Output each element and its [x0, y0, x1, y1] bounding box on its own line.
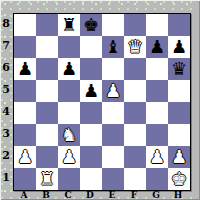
black-pawn-piece: ♟ [61, 58, 77, 80]
black-pawn-piece: ♟ [17, 58, 33, 80]
square-h3[interactable] [168, 124, 190, 146]
square-g5[interactable] [146, 80, 168, 102]
file-label-b: B [35, 190, 57, 200]
square-a7[interactable] [14, 36, 36, 58]
square-e8[interactable] [102, 14, 124, 36]
square-f5[interactable] [124, 80, 146, 102]
file-label-a: A [13, 190, 35, 200]
chess-board: ♜♚♝♛♟♟♟♟♛♟♟♞♟♟♟♟♜♚ [13, 13, 191, 191]
square-e3[interactable] [102, 124, 124, 146]
square-h2[interactable]: ♟ [168, 146, 190, 168]
square-e6[interactable] [102, 58, 124, 80]
square-a6[interactable]: ♟ [14, 58, 36, 80]
square-b1[interactable]: ♜ [36, 168, 58, 190]
square-f2[interactable] [124, 146, 146, 168]
square-e1[interactable] [102, 168, 124, 190]
square-a2[interactable]: ♟ [14, 146, 36, 168]
square-f7[interactable]: ♛ [124, 36, 146, 58]
rank-label-2: 2 [0, 145, 12, 167]
white-pawn-piece: ♟ [171, 146, 187, 168]
square-a5[interactable] [14, 80, 36, 102]
rank-label-3: 3 [0, 123, 12, 145]
square-a4[interactable] [14, 102, 36, 124]
square-b3[interactable] [36, 124, 58, 146]
square-e2[interactable] [102, 146, 124, 168]
square-b4[interactable] [36, 102, 58, 124]
white-knight-piece: ♞ [61, 124, 77, 146]
black-king-piece: ♚ [83, 14, 99, 36]
black-pawn-piece: ♟ [149, 36, 165, 58]
square-a3[interactable] [14, 124, 36, 146]
file-label-g: G [145, 190, 167, 200]
square-h6[interactable]: ♛ [168, 58, 190, 80]
square-d4[interactable] [80, 102, 102, 124]
rank-label-8: 8 [0, 13, 12, 35]
square-g8[interactable] [146, 14, 168, 36]
square-h1[interactable]: ♚ [168, 168, 190, 190]
square-b8[interactable] [36, 14, 58, 36]
square-g4[interactable] [146, 102, 168, 124]
square-e7[interactable]: ♝ [102, 36, 124, 58]
white-king-piece: ♚ [171, 168, 187, 190]
white-pawn-piece: ♟ [61, 146, 77, 168]
square-f8[interactable] [124, 14, 146, 36]
square-d6[interactable] [80, 58, 102, 80]
square-h8[interactable] [168, 14, 190, 36]
square-a8[interactable] [14, 14, 36, 36]
black-queen-piece: ♛ [171, 58, 187, 80]
square-d2[interactable] [80, 146, 102, 168]
square-a1[interactable] [14, 168, 36, 190]
square-e5[interactable]: ♟ [102, 80, 124, 102]
square-d5[interactable]: ♟ [80, 80, 102, 102]
square-f1[interactable] [124, 168, 146, 190]
black-pawn-piece: ♟ [83, 80, 99, 102]
square-g1[interactable] [146, 168, 168, 190]
white-rook-piece: ♜ [39, 168, 55, 190]
rank-label-4: 4 [0, 101, 12, 123]
square-c4[interactable] [58, 102, 80, 124]
square-c7[interactable] [58, 36, 80, 58]
square-h4[interactable] [168, 102, 190, 124]
square-g7[interactable]: ♟ [146, 36, 168, 58]
square-g3[interactable] [146, 124, 168, 146]
square-e4[interactable] [102, 102, 124, 124]
file-label-c: C [57, 190, 79, 200]
square-b5[interactable] [36, 80, 58, 102]
square-f3[interactable] [124, 124, 146, 146]
chess-board-window: ♜♚♝♛♟♟♟♟♛♟♟♞♟♟♟♟♜♚ 87654321 ABCDEFGH [0, 0, 200, 200]
square-c5[interactable] [58, 80, 80, 102]
square-c2[interactable]: ♟ [58, 146, 80, 168]
rank-label-5: 5 [0, 79, 12, 101]
square-h7[interactable]: ♟ [168, 36, 190, 58]
square-c8[interactable]: ♜ [58, 14, 80, 36]
file-label-e: E [101, 190, 123, 200]
white-pawn-piece: ♟ [149, 146, 165, 168]
square-g2[interactable]: ♟ [146, 146, 168, 168]
file-label-h: H [167, 190, 189, 200]
file-label-d: D [79, 190, 101, 200]
square-d7[interactable] [80, 36, 102, 58]
rank-label-7: 7 [0, 35, 12, 57]
black-bishop-piece: ♝ [105, 36, 121, 58]
square-b7[interactable] [36, 36, 58, 58]
rank-label-1: 1 [0, 167, 12, 189]
white-queen-piece: ♛ [127, 36, 143, 58]
square-h5[interactable] [168, 80, 190, 102]
square-b2[interactable] [36, 146, 58, 168]
file-label-f: F [123, 190, 145, 200]
square-c3[interactable]: ♞ [58, 124, 80, 146]
black-rook-piece: ♜ [61, 14, 77, 36]
rank-label-6: 6 [0, 57, 12, 79]
white-pawn-piece: ♟ [17, 146, 33, 168]
square-d3[interactable] [80, 124, 102, 146]
square-c1[interactable] [58, 168, 80, 190]
square-d8[interactable]: ♚ [80, 14, 102, 36]
square-f6[interactable] [124, 58, 146, 80]
square-d1[interactable] [80, 168, 102, 190]
black-pawn-piece: ♟ [171, 36, 187, 58]
white-pawn-piece: ♟ [105, 80, 121, 102]
square-c6[interactable]: ♟ [58, 58, 80, 80]
square-g6[interactable] [146, 58, 168, 80]
square-b6[interactable] [36, 58, 58, 80]
square-f4[interactable] [124, 102, 146, 124]
